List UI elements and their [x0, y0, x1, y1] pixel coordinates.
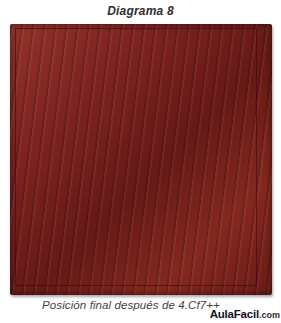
- chess-board: [16, 29, 256, 285]
- logo-tld-text: .com: [259, 310, 280, 320]
- chess-board-frame: [10, 24, 272, 295]
- logo-brand-text: AulaFacil: [210, 308, 259, 320]
- diagram-title: Diagrama 8: [0, 4, 281, 18]
- file-labels: [16, 285, 256, 295]
- aulafacil-logo-link[interactable]: AulaFacil.com: [210, 304, 280, 322]
